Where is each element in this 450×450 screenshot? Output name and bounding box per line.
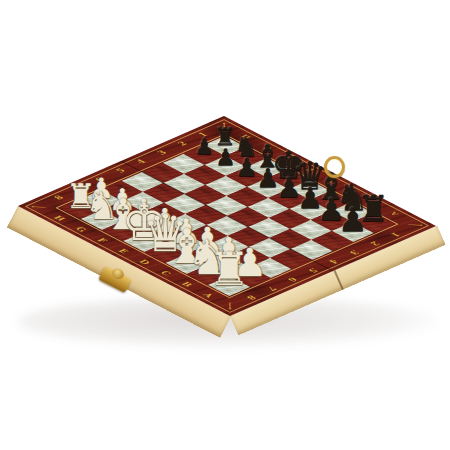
- file-label-front-g: G: [73, 226, 89, 233]
- file-label-front-a: A: [200, 292, 215, 299]
- file-label-back-g: G: [261, 145, 273, 151]
- rank-label-right-7: 7: [264, 285, 278, 292]
- rank-label-left-3: 3: [155, 149, 169, 156]
- rank-label-right-4: 4: [326, 258, 340, 265]
- corner-arrow-icon: ⟶: [407, 222, 423, 228]
- file-label-back-c: C: [346, 189, 358, 195]
- rank-label-left-4: 4: [134, 158, 148, 165]
- rank-label-right-8: 8: [244, 294, 258, 301]
- rank-label-right-3: 3: [347, 249, 361, 256]
- rank-label-right-6: 6: [285, 276, 299, 283]
- rank-label-right-2: 2: [367, 240, 381, 247]
- file-label-front-b: B: [179, 281, 195, 288]
- rank-label-left-1: 1: [196, 131, 210, 138]
- file-label-back-h: H: [240, 134, 253, 140]
- rank-label-left-5: 5: [113, 167, 127, 174]
- file-label-back-b: B: [367, 200, 379, 206]
- file-label-front-c: C: [158, 270, 173, 277]
- file-label-front-h: H: [51, 214, 67, 222]
- brass-ring-latch: [324, 156, 345, 178]
- corner-arrow-icon: ⟶: [31, 204, 47, 210]
- rank-label-left-6: 6: [93, 176, 107, 183]
- rank-label-right-5: 5: [306, 267, 320, 274]
- file-label-back-f: F: [283, 156, 294, 161]
- rank-label-left-7: 7: [72, 185, 86, 192]
- corner-arrow-icon: ⟶: [219, 122, 230, 130]
- rank-label-left-8: 8: [52, 194, 66, 201]
- file-label-front-d: D: [136, 259, 152, 266]
- corner-arrow-icon: ⟶: [224, 302, 235, 310]
- file-label-back-d: D: [325, 178, 337, 184]
- rank-label-left-2: 2: [175, 140, 189, 147]
- file-label-back-e: E: [304, 167, 316, 173]
- product-photo-scene: HGFEDCBA8765432187654321HGFEDCBA⟶⟶⟶⟶ ♜♞♝…: [0, 0, 450, 450]
- fold-seam-side: [334, 270, 344, 290]
- file-label-front-f: F: [95, 237, 109, 244]
- chess-board: HGFEDCBA8765432187654321HGFEDCBA⟶⟶⟶⟶: [18, 116, 436, 316]
- file-label-front-e: E: [116, 248, 131, 255]
- file-label-back-a: A: [389, 211, 401, 217]
- rank-label-right-1: 1: [388, 231, 402, 238]
